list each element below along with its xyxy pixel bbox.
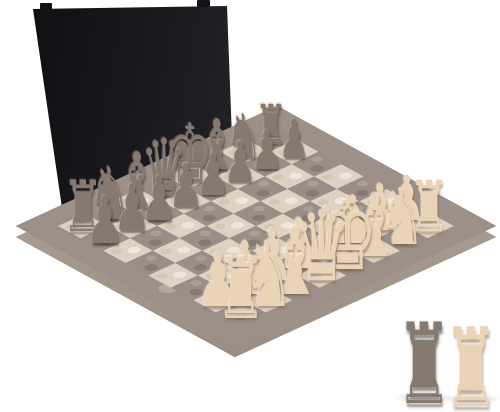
pawn-icon: ♟	[86, 188, 125, 254]
rook-icon: ♜	[216, 247, 265, 331]
rook-icon: ♜	[443, 314, 498, 412]
product-photo-scene: ♜♞♝♛♚♝♞♜♟♟♟♟♟♟♟♟♟♟♟♟♟♟♟♟♜♞♝♛♚♝♞♜ ♜ ♜	[0, 0, 500, 412]
